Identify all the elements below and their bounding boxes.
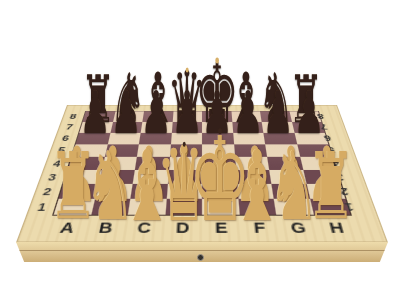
white-queen-finial	[182, 142, 185, 147]
fold-seam	[16, 250, 388, 252]
white-king-finial	[219, 129, 223, 135]
piece-white-rook-h1[interactable]: ♜	[306, 141, 355, 233]
photo-background: ABCDEFGH 12345678 12345678 ♜♞♝♛♚♝♞♜♟♟♟♟♟…	[0, 0, 400, 300]
black-queen-finial	[186, 67, 189, 72]
clasp-screw	[197, 254, 204, 261]
black-king-finial	[215, 58, 219, 64]
